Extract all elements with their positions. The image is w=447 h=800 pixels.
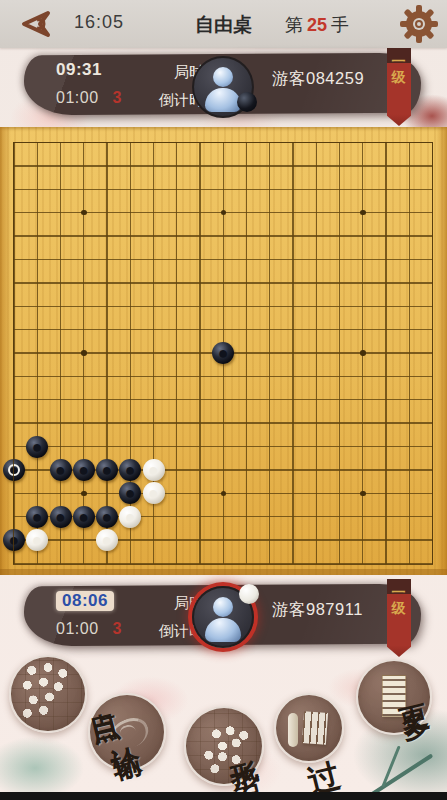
- board-point[interactable]: [398, 365, 421, 388]
- board-point[interactable]: [398, 435, 421, 458]
- board-point[interactable]: [258, 458, 281, 481]
- board-point[interactable]: [72, 528, 95, 551]
- board-point[interactable]: [351, 458, 374, 481]
- board-point[interactable]: [188, 131, 211, 154]
- board-point[interactable]: [95, 295, 118, 318]
- board-point[interactable]: [398, 505, 421, 528]
- board-point[interactable]: [281, 318, 304, 341]
- board-point[interactable]: [165, 435, 188, 458]
- board-point[interactable]: [328, 271, 351, 294]
- board-point[interactable]: [188, 271, 211, 294]
- board-point[interactable]: [235, 131, 258, 154]
- board-point[interactable]: [374, 528, 397, 551]
- board-point[interactable]: [258, 295, 281, 318]
- board-point[interactable]: [305, 295, 328, 318]
- board-point[interactable]: [235, 201, 258, 224]
- board-point[interactable]: [26, 388, 49, 411]
- board-point[interactable]: [2, 178, 25, 201]
- board-point[interactable]: [212, 154, 235, 177]
- board-point[interactable]: [351, 154, 374, 177]
- board-point[interactable]: [165, 365, 188, 388]
- board-point[interactable]: [421, 318, 444, 341]
- board-point[interactable]: [305, 154, 328, 177]
- board-point[interactable]: [165, 318, 188, 341]
- board-point[interactable]: [165, 482, 188, 505]
- board-point[interactable]: [2, 505, 25, 528]
- board-point[interactable]: [165, 224, 188, 247]
- board-point[interactable]: ●: [212, 341, 235, 364]
- board-point[interactable]: [351, 435, 374, 458]
- board-point[interactable]: [281, 528, 304, 551]
- board-point[interactable]: [119, 388, 142, 411]
- board-point[interactable]: [374, 318, 397, 341]
- board-point[interactable]: ●: [95, 528, 118, 551]
- board-point[interactable]: [421, 131, 444, 154]
- board-point[interactable]: [165, 248, 188, 271]
- board-point[interactable]: [72, 248, 95, 271]
- board-point[interactable]: [258, 365, 281, 388]
- board-point[interactable]: [398, 482, 421, 505]
- board-point[interactable]: [398, 178, 421, 201]
- board-point[interactable]: [26, 224, 49, 247]
- board-point[interactable]: [305, 388, 328, 411]
- board-point[interactable]: [142, 435, 165, 458]
- board-point[interactable]: [281, 295, 304, 318]
- board-point[interactable]: [165, 505, 188, 528]
- board-point[interactable]: [281, 201, 304, 224]
- board-point[interactable]: [49, 224, 72, 247]
- board-point[interactable]: [258, 154, 281, 177]
- board-point[interactable]: [235, 505, 258, 528]
- board-point[interactable]: [165, 341, 188, 364]
- board-point[interactable]: [2, 131, 25, 154]
- board-point[interactable]: [119, 131, 142, 154]
- board-point[interactable]: [398, 388, 421, 411]
- board-point[interactable]: [95, 388, 118, 411]
- board-point[interactable]: [119, 528, 142, 551]
- board-point[interactable]: [49, 318, 72, 341]
- board-point[interactable]: [49, 365, 72, 388]
- board-point[interactable]: [188, 295, 211, 318]
- board-point[interactable]: [72, 224, 95, 247]
- board-point[interactable]: [305, 482, 328, 505]
- board-point[interactable]: [374, 271, 397, 294]
- board-point[interactable]: [258, 505, 281, 528]
- board-point[interactable]: [305, 224, 328, 247]
- board-point[interactable]: [142, 271, 165, 294]
- board-point[interactable]: [2, 435, 25, 458]
- board-point[interactable]: [212, 271, 235, 294]
- board-point[interactable]: [281, 482, 304, 505]
- board-point[interactable]: [26, 458, 49, 481]
- board-point[interactable]: [212, 365, 235, 388]
- board-point[interactable]: [374, 435, 397, 458]
- board-point[interactable]: [49, 154, 72, 177]
- board-point[interactable]: [2, 411, 25, 434]
- board-point[interactable]: [398, 271, 421, 294]
- board-point[interactable]: [26, 341, 49, 364]
- board-point[interactable]: [49, 341, 72, 364]
- board-point[interactable]: [258, 201, 281, 224]
- board-point[interactable]: [72, 201, 95, 224]
- board-point[interactable]: [72, 388, 95, 411]
- board-point[interactable]: [258, 271, 281, 294]
- board-point[interactable]: [351, 271, 374, 294]
- board-point[interactable]: [351, 131, 374, 154]
- board-point[interactable]: [49, 388, 72, 411]
- board-point[interactable]: [142, 341, 165, 364]
- board-point[interactable]: [49, 295, 72, 318]
- board-point[interactable]: [328, 435, 351, 458]
- board-point[interactable]: [49, 482, 72, 505]
- board-point[interactable]: [72, 154, 95, 177]
- board-point[interactable]: [305, 178, 328, 201]
- board-point[interactable]: [421, 505, 444, 528]
- board-point[interactable]: [119, 178, 142, 201]
- board-point[interactable]: [421, 224, 444, 247]
- board-point[interactable]: [212, 388, 235, 411]
- board-point[interactable]: [305, 528, 328, 551]
- board-point[interactable]: [421, 201, 444, 224]
- board-point[interactable]: [421, 435, 444, 458]
- board-point[interactable]: [95, 318, 118, 341]
- board-point[interactable]: [258, 341, 281, 364]
- board-point[interactable]: [374, 482, 397, 505]
- board-point[interactable]: [188, 365, 211, 388]
- board-point[interactable]: [258, 224, 281, 247]
- board-point[interactable]: [421, 365, 444, 388]
- board-point[interactable]: [2, 365, 25, 388]
- board-point[interactable]: [165, 271, 188, 294]
- more-button[interactable]: [356, 659, 432, 735]
- board-point[interactable]: [188, 528, 211, 551]
- board-point[interactable]: [421, 341, 444, 364]
- board-point[interactable]: [281, 388, 304, 411]
- board-point[interactable]: [235, 295, 258, 318]
- board-point[interactable]: [351, 201, 374, 224]
- board-point[interactable]: [142, 411, 165, 434]
- board-point[interactable]: [165, 131, 188, 154]
- board-point[interactable]: ●: [72, 505, 95, 528]
- board-point[interactable]: [398, 318, 421, 341]
- board-point[interactable]: [95, 411, 118, 434]
- board-point[interactable]: [72, 435, 95, 458]
- board-point[interactable]: [374, 178, 397, 201]
- board-point[interactable]: [351, 365, 374, 388]
- board-point[interactable]: [26, 482, 49, 505]
- board-point[interactable]: [328, 224, 351, 247]
- board-point[interactable]: [235, 271, 258, 294]
- board-point[interactable]: [235, 411, 258, 434]
- board-point[interactable]: [95, 154, 118, 177]
- board-point[interactable]: [2, 271, 25, 294]
- board-point[interactable]: [49, 411, 72, 434]
- board-point[interactable]: [374, 201, 397, 224]
- board-point[interactable]: [421, 248, 444, 271]
- board-point[interactable]: [26, 411, 49, 434]
- board-point[interactable]: [165, 178, 188, 201]
- board-point[interactable]: [212, 528, 235, 551]
- board-point[interactable]: [374, 365, 397, 388]
- board-point[interactable]: [281, 178, 304, 201]
- board-point[interactable]: [398, 201, 421, 224]
- board-point[interactable]: [374, 341, 397, 364]
- board-point[interactable]: [281, 411, 304, 434]
- board-point[interactable]: ●: [26, 528, 49, 551]
- board-point[interactable]: [351, 482, 374, 505]
- board-point[interactable]: [421, 482, 444, 505]
- count-points-button[interactable]: [9, 655, 87, 733]
- board-point[interactable]: ●: [142, 482, 165, 505]
- board-point[interactable]: [212, 224, 235, 247]
- board-point[interactable]: [95, 131, 118, 154]
- board-point[interactable]: [421, 458, 444, 481]
- board-point[interactable]: [49, 435, 72, 458]
- board-point[interactable]: [72, 365, 95, 388]
- board-point[interactable]: [351, 388, 374, 411]
- board-point[interactable]: [398, 131, 421, 154]
- board-point[interactable]: [258, 482, 281, 505]
- gear-icon[interactable]: [399, 4, 439, 44]
- board-point[interactable]: [188, 435, 211, 458]
- board-point[interactable]: [95, 341, 118, 364]
- board-point[interactable]: [119, 318, 142, 341]
- board-point[interactable]: [305, 248, 328, 271]
- board-point[interactable]: [258, 435, 281, 458]
- board-point[interactable]: [142, 528, 165, 551]
- board-point[interactable]: [119, 295, 142, 318]
- board-point[interactable]: ●: [95, 458, 118, 481]
- board-point[interactable]: [328, 154, 351, 177]
- board-point[interactable]: [351, 224, 374, 247]
- board-point[interactable]: [281, 435, 304, 458]
- board-point[interactable]: [142, 365, 165, 388]
- board-point[interactable]: [421, 528, 444, 551]
- board-point[interactable]: [212, 201, 235, 224]
- board-point[interactable]: [328, 482, 351, 505]
- board-point[interactable]: [2, 154, 25, 177]
- board-point[interactable]: [72, 341, 95, 364]
- board-point[interactable]: [235, 154, 258, 177]
- board-point[interactable]: [351, 341, 374, 364]
- board-point[interactable]: [2, 295, 25, 318]
- board-point[interactable]: [2, 388, 25, 411]
- board-point[interactable]: [72, 271, 95, 294]
- board-point[interactable]: [398, 411, 421, 434]
- board-point[interactable]: ●: [142, 458, 165, 481]
- board-point[interactable]: [142, 224, 165, 247]
- board-point[interactable]: [212, 482, 235, 505]
- board-point[interactable]: [72, 295, 95, 318]
- board-point[interactable]: [49, 528, 72, 551]
- board-point[interactable]: [2, 248, 25, 271]
- board-point[interactable]: [212, 131, 235, 154]
- estimate-button[interactable]: [184, 706, 264, 786]
- board-point[interactable]: ●: [2, 528, 25, 551]
- board-point[interactable]: [421, 295, 444, 318]
- board-point[interactable]: [119, 411, 142, 434]
- board-point[interactable]: [119, 341, 142, 364]
- board-point[interactable]: [95, 248, 118, 271]
- avatar-bottom-player[interactable]: [192, 586, 254, 648]
- board-point[interactable]: [95, 435, 118, 458]
- board-point[interactable]: [188, 458, 211, 481]
- avatar-top-player[interactable]: [192, 56, 254, 118]
- board-point[interactable]: ●: [26, 505, 49, 528]
- board-point[interactable]: [398, 248, 421, 271]
- board-point[interactable]: [165, 528, 188, 551]
- board-point[interactable]: [281, 224, 304, 247]
- board-point[interactable]: [328, 411, 351, 434]
- board-point[interactable]: [328, 318, 351, 341]
- board-point[interactable]: [235, 482, 258, 505]
- board-point[interactable]: [305, 131, 328, 154]
- board-point[interactable]: [188, 388, 211, 411]
- board-point[interactable]: [49, 178, 72, 201]
- board-point[interactable]: [119, 271, 142, 294]
- board-point[interactable]: [258, 388, 281, 411]
- board-point[interactable]: ●: [49, 505, 72, 528]
- board-point[interactable]: [212, 248, 235, 271]
- board-point[interactable]: [142, 178, 165, 201]
- board-point[interactable]: [119, 201, 142, 224]
- board-point[interactable]: [421, 271, 444, 294]
- board-point[interactable]: [165, 201, 188, 224]
- board-point[interactable]: [281, 505, 304, 528]
- board-point[interactable]: [374, 295, 397, 318]
- board-point[interactable]: [305, 341, 328, 364]
- board-point[interactable]: [421, 154, 444, 177]
- board-point[interactable]: [165, 154, 188, 177]
- board-point[interactable]: [421, 411, 444, 434]
- board-point[interactable]: [235, 318, 258, 341]
- board-point[interactable]: [351, 248, 374, 271]
- board-point[interactable]: [188, 318, 211, 341]
- pass-button[interactable]: [274, 693, 344, 763]
- board-point[interactable]: [49, 131, 72, 154]
- board-point[interactable]: [212, 458, 235, 481]
- board-point[interactable]: [142, 154, 165, 177]
- board-point[interactable]: [165, 458, 188, 481]
- board-point[interactable]: [72, 411, 95, 434]
- board-point[interactable]: [119, 154, 142, 177]
- board-point[interactable]: [212, 318, 235, 341]
- board-point[interactable]: [95, 271, 118, 294]
- board-point[interactable]: [328, 131, 351, 154]
- board-point[interactable]: [398, 154, 421, 177]
- board-point[interactable]: [258, 411, 281, 434]
- board-point[interactable]: [165, 411, 188, 434]
- board-point[interactable]: [421, 388, 444, 411]
- board-point[interactable]: [351, 411, 374, 434]
- board-point[interactable]: [188, 248, 211, 271]
- board-point[interactable]: [119, 435, 142, 458]
- board-point[interactable]: [49, 271, 72, 294]
- board-point[interactable]: [281, 341, 304, 364]
- board-point[interactable]: [26, 271, 49, 294]
- board-point[interactable]: [142, 318, 165, 341]
- board-point[interactable]: [26, 295, 49, 318]
- board-point[interactable]: [328, 365, 351, 388]
- board-point[interactable]: ●: [49, 458, 72, 481]
- board-point[interactable]: [374, 248, 397, 271]
- board-point[interactable]: [142, 131, 165, 154]
- board-point[interactable]: [235, 224, 258, 247]
- board-point[interactable]: [235, 248, 258, 271]
- board-point[interactable]: ●: [2, 458, 25, 481]
- board-point[interactable]: [258, 318, 281, 341]
- board-point[interactable]: [212, 411, 235, 434]
- board-point[interactable]: [328, 178, 351, 201]
- board-point[interactable]: [235, 178, 258, 201]
- board-point[interactable]: [374, 131, 397, 154]
- board-point[interactable]: ●: [119, 482, 142, 505]
- board-point[interactable]: [2, 201, 25, 224]
- board-point[interactable]: [351, 318, 374, 341]
- board-point[interactable]: [165, 295, 188, 318]
- board-point[interactable]: [26, 201, 49, 224]
- board-point[interactable]: [212, 435, 235, 458]
- board-point[interactable]: [188, 482, 211, 505]
- board-point[interactable]: [281, 365, 304, 388]
- board-point[interactable]: [165, 388, 188, 411]
- board-point[interactable]: [281, 458, 304, 481]
- board-point[interactable]: [305, 271, 328, 294]
- board-point[interactable]: [26, 248, 49, 271]
- board-point[interactable]: [281, 271, 304, 294]
- board-point[interactable]: [188, 505, 211, 528]
- board-point[interactable]: [188, 341, 211, 364]
- board-point[interactable]: [305, 435, 328, 458]
- board-point[interactable]: [328, 341, 351, 364]
- board-point[interactable]: [2, 482, 25, 505]
- board-point[interactable]: [398, 528, 421, 551]
- board-point[interactable]: [26, 178, 49, 201]
- board-point[interactable]: [119, 365, 142, 388]
- board-point[interactable]: [374, 154, 397, 177]
- board-point[interactable]: [258, 178, 281, 201]
- board-point[interactable]: [305, 318, 328, 341]
- board-point[interactable]: [212, 295, 235, 318]
- board-point[interactable]: [281, 154, 304, 177]
- board-point[interactable]: ●: [119, 458, 142, 481]
- board-point[interactable]: [398, 458, 421, 481]
- board-point[interactable]: [328, 505, 351, 528]
- board-point[interactable]: [142, 505, 165, 528]
- resign-button[interactable]: [88, 693, 166, 771]
- board-point[interactable]: [2, 341, 25, 364]
- board-point[interactable]: [26, 154, 49, 177]
- board-point[interactable]: [351, 295, 374, 318]
- board-point[interactable]: [142, 201, 165, 224]
- board-point[interactable]: ●: [26, 435, 49, 458]
- board-point[interactable]: [351, 528, 374, 551]
- board-point[interactable]: [212, 505, 235, 528]
- board-point[interactable]: [142, 388, 165, 411]
- board-point[interactable]: [188, 201, 211, 224]
- board-point[interactable]: [235, 528, 258, 551]
- board-point[interactable]: [72, 318, 95, 341]
- board-point[interactable]: [374, 411, 397, 434]
- board-point[interactable]: [328, 528, 351, 551]
- board-point[interactable]: [421, 178, 444, 201]
- board-point[interactable]: [119, 224, 142, 247]
- board-point[interactable]: [258, 248, 281, 271]
- board-point[interactable]: [351, 178, 374, 201]
- board-point[interactable]: [305, 365, 328, 388]
- board-point[interactable]: [305, 458, 328, 481]
- board-point[interactable]: [95, 178, 118, 201]
